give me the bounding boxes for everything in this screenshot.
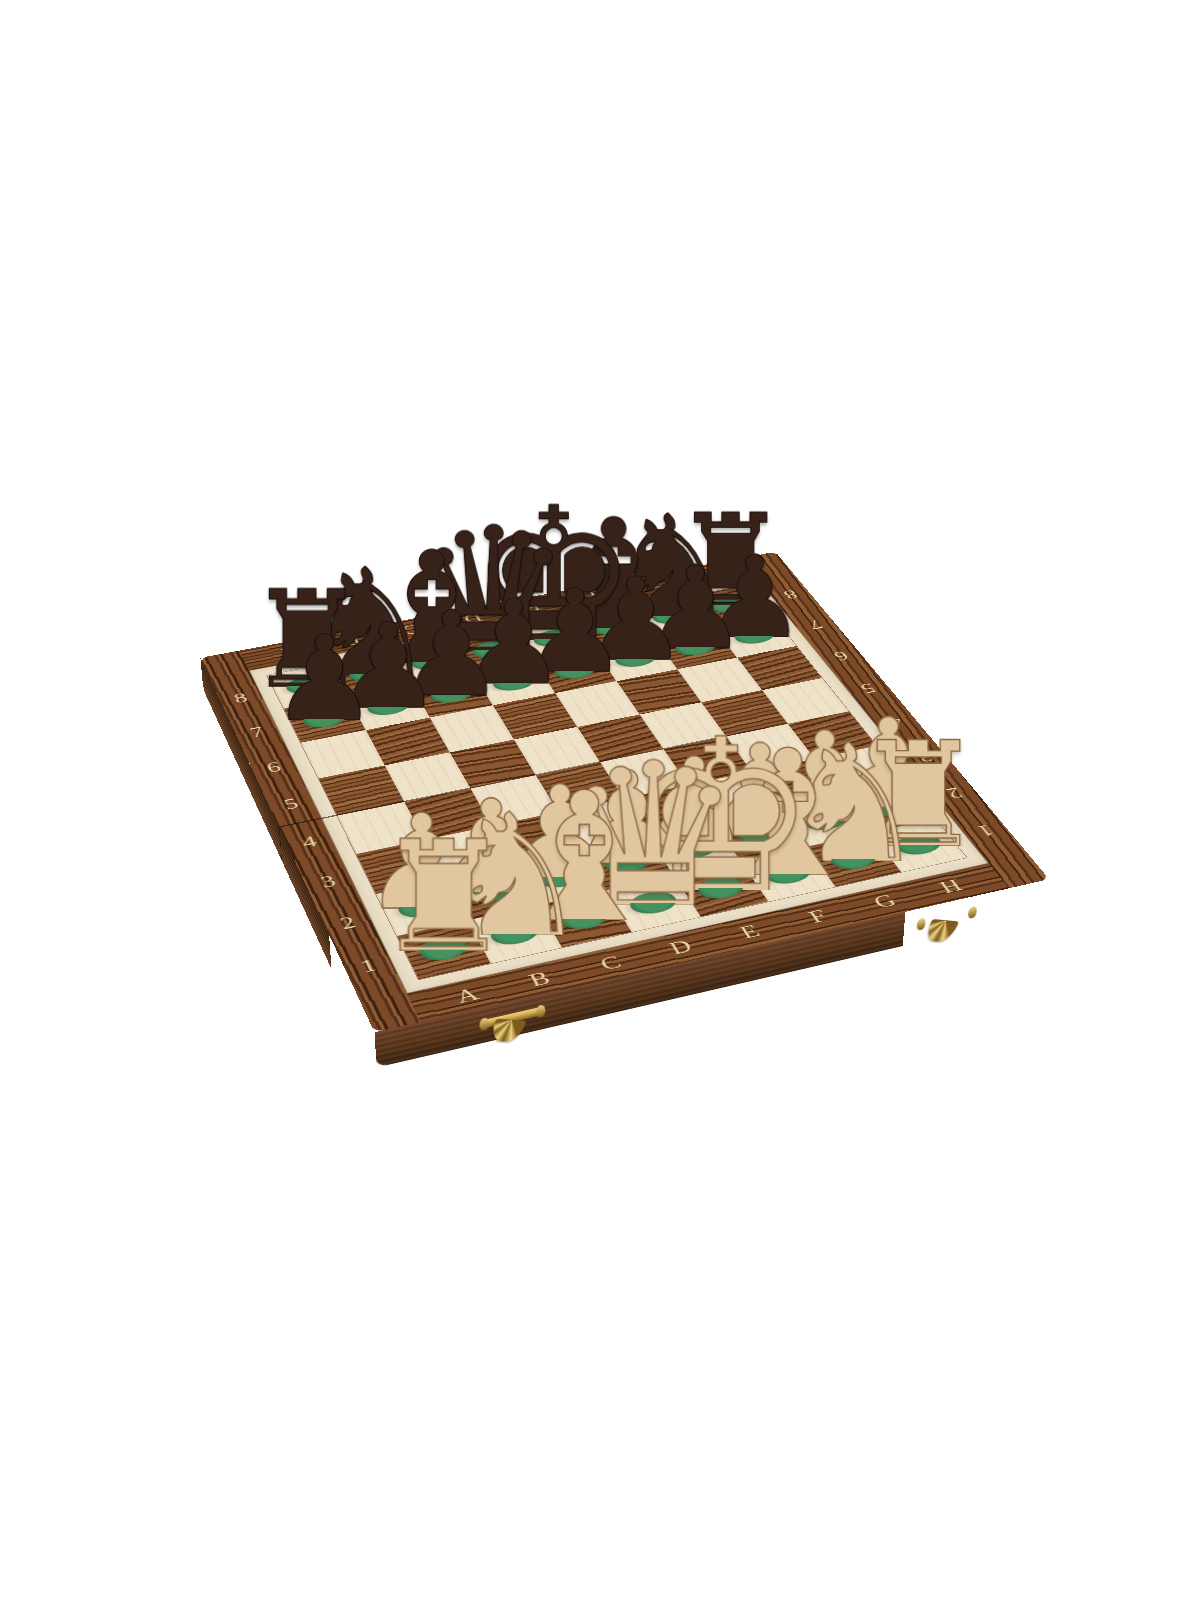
chess-board: ♜♞♝♛♚♝♞♜♟♟♟♟♟♟♟♟♟♟♟♟♟♟♟♟♜♞♝♛♚♝♞♜ ABCDEFG… <box>200 552 1049 1033</box>
clasp-bar-icon <box>920 908 973 928</box>
clasp-shell-icon <box>923 919 959 942</box>
brass-clasp-right <box>919 908 973 945</box>
brass-clasp-left <box>484 1007 542 1046</box>
clasp-shell-icon <box>488 1019 526 1043</box>
product-photo-scene: ♜♞♝♛♚♝♞♜♟♟♟♟♟♟♟♟♟♟♟♟♟♟♟♟♜♞♝♛♚♝♞♜ ABCDEFG… <box>0 0 1200 1600</box>
